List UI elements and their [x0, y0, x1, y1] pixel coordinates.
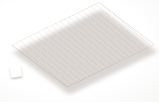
die-front-face: [10, 65, 23, 77]
wooden-die[interactable]: [9, 61, 24, 78]
scene: [0, 0, 159, 102]
game-board: [11, 2, 155, 88]
die-accent-mark: [11, 68, 14, 71]
